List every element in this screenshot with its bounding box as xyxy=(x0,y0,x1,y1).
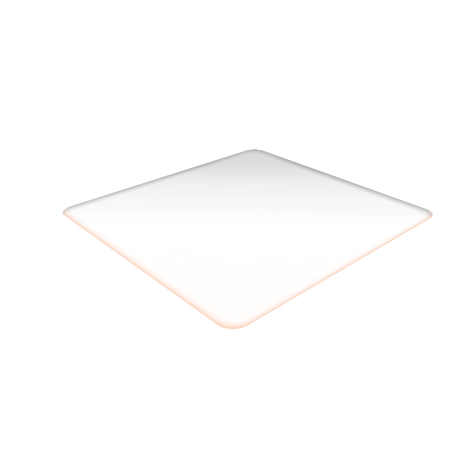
product-photo-background xyxy=(0,0,462,462)
playing-field xyxy=(96,158,398,301)
board-frame xyxy=(57,148,439,335)
chess-board xyxy=(57,148,439,335)
perspective-scene xyxy=(0,0,462,462)
